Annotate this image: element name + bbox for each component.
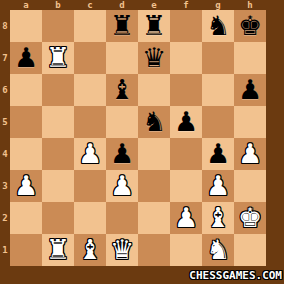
square-g2[interactable]: ♝ [202, 202, 234, 234]
square-a3[interactable]: ♟ [10, 170, 42, 202]
square-g1[interactable]: ♞ [202, 234, 234, 266]
black-queen-e7[interactable]: ♛ [142, 42, 166, 74]
square-a8[interactable] [10, 10, 42, 42]
square-f6[interactable] [170, 74, 202, 106]
square-g4[interactable]: ♟ [202, 138, 234, 170]
black-knight-e5[interactable]: ♞ [142, 106, 166, 138]
black-king-h8[interactable]: ♚ [238, 10, 262, 42]
rank-label-5: 5 [0, 106, 10, 138]
square-h4[interactable]: ♟ [234, 138, 266, 170]
square-c7[interactable] [74, 42, 106, 74]
square-f2[interactable]: ♟ [170, 202, 202, 234]
square-d4[interactable]: ♟ [106, 138, 138, 170]
square-c2[interactable] [74, 202, 106, 234]
square-a7[interactable]: ♟ [10, 42, 42, 74]
square-a6[interactable] [10, 74, 42, 106]
square-f5[interactable]: ♟ [170, 106, 202, 138]
square-e7[interactable]: ♛ [138, 42, 170, 74]
white-knight-g1[interactable]: ♞ [206, 234, 230, 266]
black-bishop-d6[interactable]: ♝ [110, 74, 134, 106]
square-c5[interactable] [74, 106, 106, 138]
square-f1[interactable] [170, 234, 202, 266]
rank-label-6: 6 [0, 74, 10, 106]
file-label-a: a [10, 0, 42, 10]
white-queen-d1[interactable]: ♛ [110, 234, 134, 266]
square-d5[interactable] [106, 106, 138, 138]
black-pawn-f5[interactable]: ♟ [174, 106, 198, 138]
square-h8[interactable]: ♚ [234, 10, 266, 42]
square-c4[interactable]: ♟ [74, 138, 106, 170]
square-b2[interactable] [42, 202, 74, 234]
square-h3[interactable] [234, 170, 266, 202]
square-b6[interactable] [42, 74, 74, 106]
square-e5[interactable]: ♞ [138, 106, 170, 138]
chess-board: ♜♜♞♚♟♜♛♝♟♞♟♟♟♟♟♟♟♟♟♝♚♜♝♛♞ [10, 10, 266, 266]
square-a1[interactable] [10, 234, 42, 266]
square-f4[interactable] [170, 138, 202, 170]
white-pawn-c4[interactable]: ♟ [78, 138, 102, 170]
square-g5[interactable] [202, 106, 234, 138]
square-e6[interactable] [138, 74, 170, 106]
white-rook-b7[interactable]: ♜ [46, 42, 70, 74]
file-label-h: h [234, 0, 266, 10]
square-h7[interactable] [234, 42, 266, 74]
square-c6[interactable] [74, 74, 106, 106]
square-e4[interactable] [138, 138, 170, 170]
black-pawn-a7[interactable]: ♟ [14, 42, 38, 74]
file-labels: abcdefgh [10, 0, 266, 10]
white-pawn-h4[interactable]: ♟ [238, 138, 262, 170]
square-a5[interactable] [10, 106, 42, 138]
rank-label-1: 1 [0, 234, 10, 266]
black-pawn-g4[interactable]: ♟ [206, 138, 230, 170]
square-h1[interactable] [234, 234, 266, 266]
square-h2[interactable]: ♚ [234, 202, 266, 234]
square-c8[interactable] [74, 10, 106, 42]
white-bishop-g2[interactable]: ♝ [206, 202, 230, 234]
white-pawn-g3[interactable]: ♟ [206, 170, 230, 202]
chessgames-watermark: CHESSGAMES.COM [189, 269, 282, 282]
square-f8[interactable] [170, 10, 202, 42]
diagram-frame: abcdefgh 87654321 ♜♜♞♚♟♜♛♝♟♞♟♟♟♟♟♟♟♟♟♝♚♜… [0, 0, 284, 284]
rank-label-7: 7 [0, 42, 10, 74]
file-label-c: c [74, 0, 106, 10]
square-b8[interactable] [42, 10, 74, 42]
square-g8[interactable]: ♞ [202, 10, 234, 42]
square-f7[interactable] [170, 42, 202, 74]
square-c3[interactable] [74, 170, 106, 202]
file-label-g: g [202, 0, 234, 10]
black-pawn-d4[interactable]: ♟ [110, 138, 134, 170]
square-h6[interactable]: ♟ [234, 74, 266, 106]
square-g6[interactable] [202, 74, 234, 106]
black-rook-d8[interactable]: ♜ [110, 10, 134, 42]
square-d8[interactable]: ♜ [106, 10, 138, 42]
rank-label-8: 8 [0, 10, 10, 42]
file-label-e: e [138, 0, 170, 10]
square-f3[interactable] [170, 170, 202, 202]
file-label-f: f [170, 0, 202, 10]
square-e2[interactable] [138, 202, 170, 234]
square-d2[interactable] [106, 202, 138, 234]
rank-label-2: 2 [0, 202, 10, 234]
square-b3[interactable] [42, 170, 74, 202]
white-pawn-f2[interactable]: ♟ [174, 202, 198, 234]
square-b5[interactable] [42, 106, 74, 138]
square-h5[interactable] [234, 106, 266, 138]
square-b1[interactable]: ♜ [42, 234, 74, 266]
square-a4[interactable] [10, 138, 42, 170]
black-pawn-h6[interactable]: ♟ [238, 74, 262, 106]
square-e3[interactable] [138, 170, 170, 202]
rank-labels: 87654321 [0, 10, 10, 266]
square-g7[interactable] [202, 42, 234, 74]
square-b4[interactable] [42, 138, 74, 170]
black-knight-g8[interactable]: ♞ [206, 10, 230, 42]
square-c1[interactable]: ♝ [74, 234, 106, 266]
black-rook-e8[interactable]: ♜ [142, 10, 166, 42]
square-e1[interactable] [138, 234, 170, 266]
square-d6[interactable]: ♝ [106, 74, 138, 106]
rank-label-4: 4 [0, 138, 10, 170]
square-d7[interactable] [106, 42, 138, 74]
rank-label-3: 3 [0, 170, 10, 202]
file-label-b: b [42, 0, 74, 10]
square-d3[interactable]: ♟ [106, 170, 138, 202]
file-label-d: d [106, 0, 138, 10]
white-king-h2[interactable]: ♚ [238, 202, 262, 234]
square-b7[interactable]: ♜ [42, 42, 74, 74]
white-bishop-c1[interactable]: ♝ [78, 234, 102, 266]
white-pawn-a3[interactable]: ♟ [14, 170, 38, 202]
white-rook-b1[interactable]: ♜ [46, 234, 70, 266]
square-e8[interactable]: ♜ [138, 10, 170, 42]
white-pawn-d3[interactable]: ♟ [110, 170, 134, 202]
square-d1[interactable]: ♛ [106, 234, 138, 266]
square-g3[interactable]: ♟ [202, 170, 234, 202]
square-a2[interactable] [10, 202, 42, 234]
